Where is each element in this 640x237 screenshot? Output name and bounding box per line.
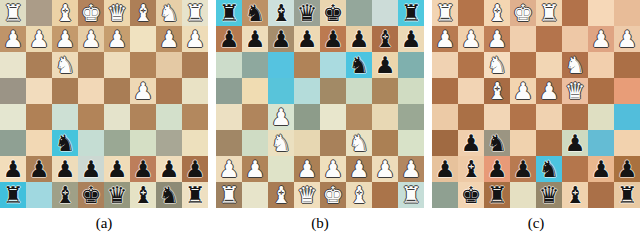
square-r7c1: ♟	[0, 156, 26, 182]
square-r8c3: ♝	[268, 182, 294, 208]
square-r7c8: ♟	[398, 156, 424, 182]
square-r2c1: ♟	[216, 26, 242, 52]
chess-piece-wR: ♜	[3, 0, 24, 26]
square-r2c8: ♟	[398, 26, 424, 52]
square-r7c2: ♟	[242, 156, 268, 182]
chess-piece-wR: ♜	[435, 0, 456, 26]
chess-piece-bB: ♝	[55, 182, 76, 208]
square-r8c3: ♝	[52, 182, 78, 208]
square-r3c1	[432, 52, 458, 78]
chess-board-a: ♜♝♚♛♝♞♜♟♟♟♟♟♟♟♞♟♞♟♟♟♟♟♟♟♟♜♝♚♛♝♞♜	[0, 0, 208, 208]
square-r1c4: ♛	[294, 0, 320, 26]
square-r2c6	[562, 26, 588, 52]
chess-piece-bP: ♟	[133, 156, 154, 182]
chess-piece-wP: ♟	[591, 26, 612, 52]
chess-piece-bP: ♟	[435, 156, 456, 182]
square-r4c2	[458, 78, 484, 104]
chess-piece-bP: ♟	[271, 26, 292, 52]
square-r2c8: ♟	[614, 26, 640, 52]
square-r5c8	[614, 104, 640, 130]
square-r4c1	[0, 78, 26, 104]
square-r6c3: ♞	[52, 130, 78, 156]
chess-piece-wR: ♜	[219, 182, 240, 208]
square-r3c7	[588, 52, 614, 78]
chess-piece-bP: ♟	[461, 130, 482, 156]
square-r6c1	[216, 130, 242, 156]
board-c-caption: (c)	[432, 208, 640, 237]
chess-piece-bP: ♟	[159, 156, 180, 182]
chess-piece-wQ: ♛	[297, 182, 318, 208]
square-r8c5: ♛	[536, 182, 562, 208]
square-r8c5: ♚	[320, 182, 346, 208]
square-r2c3: ♟	[484, 26, 510, 52]
square-r7c6: ♟	[130, 156, 156, 182]
square-r7c3: ♟	[52, 156, 78, 182]
square-r1c6: ♝	[130, 0, 156, 26]
square-r7c6: ♟	[346, 156, 372, 182]
square-r1c5: ♚	[320, 0, 346, 26]
square-r7c1: ♟	[432, 156, 458, 182]
chess-piece-bN: ♞	[539, 156, 560, 182]
chess-piece-wR: ♜	[539, 0, 560, 26]
square-r1c1: ♜	[432, 0, 458, 26]
square-r6c4	[78, 130, 104, 156]
square-r5c7	[156, 104, 182, 130]
square-r2c1: ♟	[0, 26, 26, 52]
square-r6c3: ♞	[268, 130, 294, 156]
square-r5c2	[458, 104, 484, 130]
chess-piece-wK: ♚	[513, 0, 534, 26]
square-r1c8: ♜	[398, 0, 424, 26]
chess-piece-bQ: ♛	[297, 0, 318, 26]
square-r6c4	[294, 130, 320, 156]
chess-piece-wQ: ♛	[565, 78, 586, 104]
square-r8c1: ♜	[216, 182, 242, 208]
square-r1c3: ♝	[484, 0, 510, 26]
square-r4c4	[78, 78, 104, 104]
square-r2c4: ♟	[294, 26, 320, 52]
chess-piece-wP: ♟	[3, 26, 24, 52]
square-r5c7	[588, 104, 614, 130]
square-r6c6: ♞	[346, 130, 372, 156]
square-r5c6	[130, 104, 156, 130]
chess-piece-bQ: ♛	[107, 182, 128, 208]
chess-piece-bR: ♜	[487, 182, 508, 208]
square-r5c1	[432, 104, 458, 130]
square-r3c4	[510, 52, 536, 78]
square-r1c7: ♞	[156, 0, 182, 26]
chess-piece-bP: ♟	[513, 156, 534, 182]
square-r5c4	[510, 104, 536, 130]
square-r2c5: ♟	[104, 26, 130, 52]
chess-piece-wP: ♟	[271, 104, 292, 130]
chess-piece-bP: ♟	[349, 26, 370, 52]
square-r3c7	[156, 52, 182, 78]
square-r1c2	[26, 0, 52, 26]
square-r6c4	[510, 130, 536, 156]
chess-piece-wP: ♟	[133, 78, 154, 104]
square-r7c7: ♟	[372, 156, 398, 182]
square-r7c8: ♟	[614, 156, 640, 182]
square-r8c7	[372, 182, 398, 208]
square-r2c3: ♟	[268, 26, 294, 52]
square-r8c4	[510, 182, 536, 208]
square-r4c6: ♛	[562, 78, 588, 104]
square-r7c8: ♟	[182, 156, 208, 182]
square-r8c1	[432, 182, 458, 208]
chess-piece-wP: ♟	[159, 26, 180, 52]
square-r3c2	[26, 52, 52, 78]
chess-piece-bN: ♞	[159, 182, 180, 208]
chess-piece-wP: ♟	[539, 78, 560, 104]
panel-b: ♜♞♝♛♚♜♟♟♟♟♟♟♝♟♞♟♟♞♞♟♟♟♟♟♟♟♜♝♛♚♝♜ (b)	[216, 0, 424, 237]
square-r6c7	[156, 130, 182, 156]
chess-piece-wP: ♟	[461, 26, 482, 52]
square-r4c3: ♝	[484, 78, 510, 104]
chess-piece-bP: ♟	[245, 26, 266, 52]
square-r4c5	[104, 78, 130, 104]
chess-piece-wP: ♟	[55, 26, 76, 52]
square-r4c7	[588, 78, 614, 104]
square-r7c5: ♟	[320, 156, 346, 182]
square-r4c4: ♟	[510, 78, 536, 104]
square-r1c5: ♜	[536, 0, 562, 26]
square-r2c2: ♟	[458, 26, 484, 52]
square-r4c8	[614, 78, 640, 104]
chess-piece-bR: ♜	[219, 0, 240, 26]
chess-piece-bP: ♟	[55, 156, 76, 182]
chess-piece-bR: ♜	[401, 0, 422, 26]
square-r8c4: ♛	[294, 182, 320, 208]
square-r1c3: ♝	[52, 0, 78, 26]
square-r6c1	[0, 130, 26, 156]
chess-piece-wR: ♜	[401, 182, 422, 208]
square-r6c6	[130, 130, 156, 156]
square-r5c5	[536, 104, 562, 130]
square-r5c6	[346, 104, 372, 130]
square-r7c5: ♞	[536, 156, 562, 182]
square-r4c5: ♟	[536, 78, 562, 104]
square-r2c7: ♟	[156, 26, 182, 52]
square-r1c2: ♞	[242, 0, 268, 26]
square-r3c5	[536, 52, 562, 78]
chess-piece-wN: ♞	[271, 130, 292, 156]
square-r1c1: ♜	[216, 0, 242, 26]
square-r1c4: ♚	[510, 0, 536, 26]
square-r5c2	[26, 104, 52, 130]
square-r1c5: ♛	[104, 0, 130, 26]
square-r8c8: ♜	[398, 182, 424, 208]
square-r2c3: ♟	[52, 26, 78, 52]
square-r2c7: ♝	[372, 26, 398, 52]
chess-piece-wN: ♞	[487, 52, 508, 78]
square-r7c1: ♟	[216, 156, 242, 182]
chess-board-c: ♜♝♚♜♟♟♟♟♟♞♞♝♟♟♛♟♞♟♟♝♟♟♞♟♟♚♜♛♝♜	[432, 0, 640, 208]
square-r7c7: ♟	[588, 156, 614, 182]
chess-piece-bN: ♞	[55, 130, 76, 156]
chess-piece-wP: ♟	[297, 156, 318, 182]
square-r8c8: ♜	[614, 182, 640, 208]
chess-piece-wP: ♟	[401, 156, 422, 182]
square-r8c5: ♛	[104, 182, 130, 208]
square-r6c7	[588, 130, 614, 156]
chess-piece-bN: ♞	[245, 0, 266, 26]
chess-piece-bP: ♟	[401, 26, 422, 52]
chess-piece-bB: ♝	[375, 26, 396, 52]
chess-piece-bK: ♚	[461, 182, 482, 208]
square-r4c6: ♟	[130, 78, 156, 104]
chess-piece-wP: ♟	[349, 156, 370, 182]
square-r8c2	[242, 182, 268, 208]
chess-piece-wP: ♟	[185, 26, 206, 52]
square-r4c1	[216, 78, 242, 104]
square-r3c3: ♞	[52, 52, 78, 78]
chess-piece-wR: ♜	[185, 0, 206, 26]
chess-piece-bP: ♟	[297, 26, 318, 52]
square-r3c1	[0, 52, 26, 78]
chess-piece-wN: ♞	[349, 130, 370, 156]
square-r8c7	[588, 182, 614, 208]
square-r6c5	[320, 130, 346, 156]
square-r5c8	[182, 104, 208, 130]
chess-piece-bB: ♝	[133, 182, 154, 208]
square-r2c5	[536, 26, 562, 52]
square-r2c8: ♟	[182, 26, 208, 52]
square-r4c4	[294, 78, 320, 104]
square-r6c8	[614, 130, 640, 156]
chess-piece-wK: ♚	[323, 182, 344, 208]
square-r6c5	[104, 130, 130, 156]
square-r4c2	[242, 78, 268, 104]
square-r5c7	[372, 104, 398, 130]
square-r3c4	[294, 52, 320, 78]
chess-piece-wP: ♟	[81, 26, 102, 52]
panel-c: ♜♝♚♜♟♟♟♟♟♞♞♝♟♟♛♟♞♟♟♝♟♟♞♟♟♚♜♛♝♜ (c)	[432, 0, 640, 237]
chess-piece-wB: ♝	[133, 0, 154, 26]
square-r6c8	[182, 130, 208, 156]
chess-piece-bP: ♟	[487, 156, 508, 182]
chess-piece-wP: ♟	[513, 78, 534, 104]
square-r7c3: ♟	[484, 156, 510, 182]
chess-piece-wB: ♝	[271, 182, 292, 208]
panel-a: ♜♝♚♛♝♞♜♟♟♟♟♟♟♟♞♟♞♟♟♟♟♟♟♟♟♜♝♚♛♝♞♜ (a)	[0, 0, 208, 237]
square-r3c8	[614, 52, 640, 78]
square-r5c5	[104, 104, 130, 130]
square-r7c5: ♟	[104, 156, 130, 182]
square-r1c2	[458, 0, 484, 26]
square-r1c7	[372, 0, 398, 26]
chess-piece-wN: ♞	[565, 52, 586, 78]
square-r2c7: ♟	[588, 26, 614, 52]
square-r3c7: ♟	[372, 52, 398, 78]
square-r8c6: ♝	[130, 182, 156, 208]
chess-piece-wB: ♝	[487, 78, 508, 104]
square-r4c7	[156, 78, 182, 104]
square-r8c6: ♝	[346, 182, 372, 208]
square-r7c2: ♝	[458, 156, 484, 182]
square-r6c3: ♞	[484, 130, 510, 156]
chess-piece-bR: ♜	[3, 182, 24, 208]
square-r6c2	[242, 130, 268, 156]
square-r3c6: ♞	[562, 52, 588, 78]
square-r5c1	[216, 104, 242, 130]
square-r3c4	[78, 52, 104, 78]
square-r3c3	[268, 52, 294, 78]
square-r3c3: ♞	[484, 52, 510, 78]
square-r7c7: ♟	[156, 156, 182, 182]
square-r7c3	[268, 156, 294, 182]
square-r7c4: ♟	[78, 156, 104, 182]
chess-piece-wP: ♟	[107, 26, 128, 52]
square-r7c4: ♟	[294, 156, 320, 182]
square-r3c6: ♞	[346, 52, 372, 78]
square-r5c5	[320, 104, 346, 130]
square-r1c8: ♜	[182, 0, 208, 26]
chess-piece-wN: ♞	[55, 52, 76, 78]
square-r2c2: ♟	[242, 26, 268, 52]
square-r4c1	[432, 78, 458, 104]
chess-piece-bP: ♟	[617, 156, 638, 182]
square-r8c6: ♝	[562, 182, 588, 208]
chess-piece-wB: ♝	[487, 0, 508, 26]
square-r2c6: ♟	[346, 26, 372, 52]
square-r5c4	[294, 104, 320, 130]
square-r4c2	[26, 78, 52, 104]
square-r1c8	[614, 0, 640, 26]
square-r5c1	[0, 104, 26, 130]
chess-piece-wP: ♟	[29, 26, 50, 52]
square-r3c5	[104, 52, 130, 78]
square-r5c4	[78, 104, 104, 130]
chess-piece-bP: ♟	[107, 156, 128, 182]
chess-piece-wQ: ♛	[107, 0, 128, 26]
square-r1c7	[588, 0, 614, 26]
chess-piece-bK: ♚	[81, 182, 102, 208]
square-r4c6	[346, 78, 372, 104]
square-r8c8: ♜	[182, 182, 208, 208]
chess-piece-bP: ♟	[185, 156, 206, 182]
chess-piece-wN: ♞	[159, 0, 180, 26]
square-r5c8	[398, 104, 424, 130]
square-r8c3: ♜	[484, 182, 510, 208]
chess-piece-wK: ♚	[81, 0, 102, 26]
square-r5c3: ♟	[268, 104, 294, 130]
chess-piece-bQ: ♛	[539, 182, 560, 208]
chess-piece-bP: ♟	[3, 156, 24, 182]
square-r2c6	[130, 26, 156, 52]
square-r3c8	[398, 52, 424, 78]
square-r7c2: ♟	[26, 156, 52, 182]
chess-piece-wP: ♟	[323, 156, 344, 182]
chess-piece-wP: ♟	[435, 26, 456, 52]
square-r6c1	[432, 130, 458, 156]
chess-piece-bR: ♜	[185, 182, 206, 208]
chess-board-b: ♜♞♝♛♚♜♟♟♟♟♟♟♝♟♞♟♟♞♞♟♟♟♟♟♟♟♜♝♛♚♝♜	[216, 0, 424, 208]
square-r8c2	[26, 182, 52, 208]
square-r1c3: ♝	[268, 0, 294, 26]
square-r4c5	[320, 78, 346, 104]
square-r6c2: ♟	[458, 130, 484, 156]
square-r6c8	[398, 130, 424, 156]
chess-piece-bP: ♟	[565, 130, 586, 156]
square-r3c2	[458, 52, 484, 78]
square-r1c6	[562, 0, 588, 26]
chess-piece-bP: ♟	[375, 52, 396, 78]
chess-piece-bP: ♟	[81, 156, 102, 182]
square-r1c6	[346, 0, 372, 26]
square-r2c5: ♟	[320, 26, 346, 52]
chess-figure: ♜♝♚♛♝♞♜♟♟♟♟♟♟♟♞♟♞♟♟♟♟♟♟♟♟♜♝♚♛♝♞♜ (a) ♜♞♝…	[0, 0, 640, 237]
chess-piece-bP: ♟	[219, 26, 240, 52]
chess-piece-bP: ♟	[323, 26, 344, 52]
square-r2c1: ♟	[432, 26, 458, 52]
square-r5c3	[52, 104, 78, 130]
square-r4c8	[182, 78, 208, 104]
chess-piece-wP: ♟	[219, 156, 240, 182]
chess-piece-wP: ♟	[245, 156, 266, 182]
square-r3c1	[216, 52, 242, 78]
square-r1c4: ♚	[78, 0, 104, 26]
chess-piece-bR: ♜	[617, 182, 638, 208]
square-r1c1: ♜	[0, 0, 26, 26]
chess-piece-bN: ♞	[349, 52, 370, 78]
square-r4c3	[268, 78, 294, 104]
square-r6c5	[536, 130, 562, 156]
square-r6c2	[26, 130, 52, 156]
square-r4c3	[52, 78, 78, 104]
square-r2c2: ♟	[26, 26, 52, 52]
square-r8c4: ♚	[78, 182, 104, 208]
chess-piece-bP: ♟	[591, 156, 612, 182]
chess-piece-bB: ♝	[565, 182, 586, 208]
square-r3c8	[182, 52, 208, 78]
square-r3c6	[130, 52, 156, 78]
chess-piece-wP: ♟	[487, 26, 508, 52]
square-r6c6: ♟	[562, 130, 588, 156]
board-b-caption: (b)	[216, 208, 424, 237]
chess-piece-bP: ♟	[29, 156, 50, 182]
square-r2c4: ♟	[78, 26, 104, 52]
square-r5c6	[562, 104, 588, 130]
chess-piece-wB: ♝	[349, 182, 370, 208]
chess-piece-bK: ♚	[323, 0, 344, 26]
square-r3c2	[242, 52, 268, 78]
square-r8c1: ♜	[0, 182, 26, 208]
board-a-caption: (a)	[0, 208, 208, 237]
square-r6c7	[372, 130, 398, 156]
chess-piece-bB: ♝	[271, 0, 292, 26]
chess-piece-wB: ♝	[55, 0, 76, 26]
square-r8c7: ♞	[156, 182, 182, 208]
square-r8c2: ♚	[458, 182, 484, 208]
square-r7c6	[562, 156, 588, 182]
square-r5c2	[242, 104, 268, 130]
square-r2c4	[510, 26, 536, 52]
chess-piece-wP: ♟	[617, 26, 638, 52]
square-r7c4: ♟	[510, 156, 536, 182]
square-r4c8	[398, 78, 424, 104]
chess-piece-bN: ♞	[487, 130, 508, 156]
square-r5c3	[484, 104, 510, 130]
square-r4c7	[372, 78, 398, 104]
square-r3c5	[320, 52, 346, 78]
chess-piece-wP: ♟	[375, 156, 396, 182]
chess-piece-bB: ♝	[461, 156, 482, 182]
